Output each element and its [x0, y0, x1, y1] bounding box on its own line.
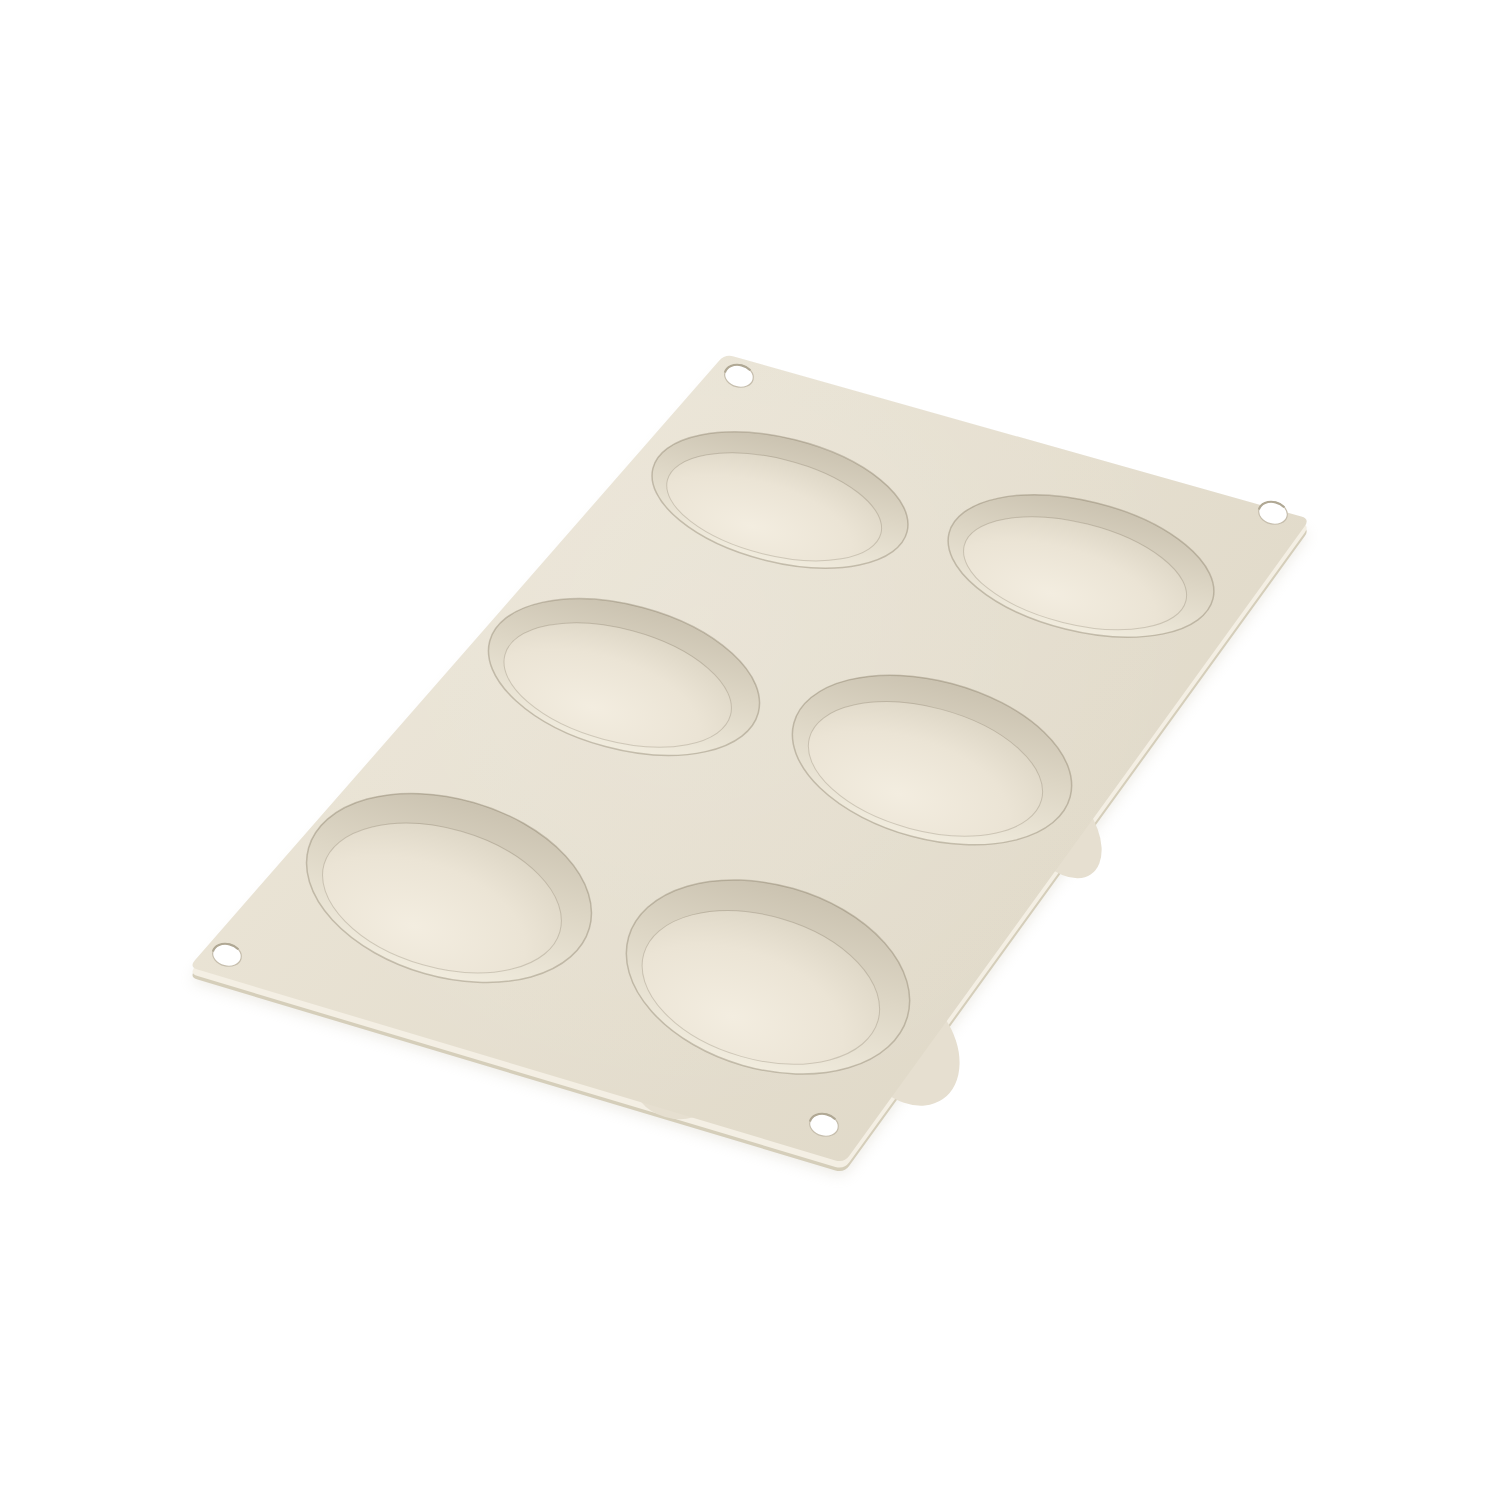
product-photo: Beige six-cavity round silicone baking m… — [0, 0, 1500, 1500]
mold-photo-svg — [0, 0, 1500, 1500]
mold-render-root — [0, 0, 1500, 1500]
